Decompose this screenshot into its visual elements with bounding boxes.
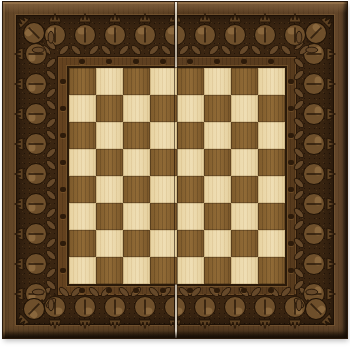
pomegranate-icon	[13, 69, 59, 99]
square-c5	[123, 149, 150, 176]
square-c8	[123, 68, 150, 95]
square-b8	[96, 68, 123, 95]
square-g5	[231, 149, 258, 176]
square-d3	[150, 203, 177, 230]
square-f6	[204, 122, 231, 149]
square-a7	[69, 95, 96, 122]
chess-board	[3, 2, 347, 338]
strip-stamp-mark	[60, 241, 66, 246]
pomegranate-icon	[291, 99, 337, 129]
square-b5	[96, 149, 123, 176]
square-c7	[123, 95, 150, 122]
pomegranate-icon	[13, 159, 59, 189]
pomegranate-icon	[291, 69, 337, 99]
pomegranate-icon	[291, 159, 337, 189]
pomegranate-icon	[13, 249, 59, 279]
square-e6	[177, 122, 204, 149]
square-b3	[96, 203, 123, 230]
strip-stamp-mark	[214, 59, 220, 64]
square-g6	[231, 122, 258, 149]
strip-stamp-mark	[288, 160, 294, 165]
pomegranate-icon	[250, 12, 280, 58]
square-e2	[177, 230, 204, 257]
strip-stamp-mark	[106, 288, 112, 293]
square-f3	[204, 203, 231, 230]
square-e5	[177, 149, 204, 176]
square-b2	[96, 230, 123, 257]
board-right-edge	[343, 2, 347, 338]
strip-stamp-mark	[187, 59, 193, 64]
strip-stamp-mark	[241, 59, 247, 64]
square-h3	[258, 203, 285, 230]
strip-stamp-mark	[268, 288, 274, 293]
strip-stamp-mark	[187, 288, 193, 293]
square-d2	[150, 230, 177, 257]
square-a6	[69, 122, 96, 149]
pomegranate-icon	[70, 12, 100, 58]
hinge-seam	[175, 2, 177, 338]
square-b7	[96, 95, 123, 122]
strip-stamp-mark	[106, 59, 112, 64]
square-h6	[258, 122, 285, 149]
strip-stamp-mark	[214, 288, 220, 293]
pomegranate-icon	[13, 129, 59, 159]
square-d7	[150, 95, 177, 122]
strip-stamp-mark	[288, 133, 294, 138]
strip-stamp-mark	[60, 214, 66, 219]
square-d1	[150, 257, 177, 284]
square-b1	[96, 257, 123, 284]
chess-board-grid	[69, 68, 285, 284]
square-c3	[123, 203, 150, 230]
square-c1	[123, 257, 150, 284]
square-g1	[231, 257, 258, 284]
pomegranate-icon	[70, 284, 100, 330]
pomegranate-icon	[13, 99, 59, 129]
strip-stamp-mark	[133, 288, 139, 293]
square-a4	[69, 176, 96, 203]
strip-stamp-mark	[241, 288, 247, 293]
pomegranate-icon	[291, 249, 337, 279]
square-f4	[204, 176, 231, 203]
strip-stamp-mark	[60, 106, 66, 111]
square-d4	[150, 176, 177, 203]
pomegranate-icon	[291, 129, 337, 159]
strip-stamp-mark	[160, 288, 166, 293]
square-f7	[204, 95, 231, 122]
pomegranate-icon	[100, 284, 130, 330]
square-a3	[69, 203, 96, 230]
pomegranate-icon	[190, 12, 220, 58]
square-c4	[123, 176, 150, 203]
square-e1	[177, 257, 204, 284]
square-a1	[69, 257, 96, 284]
strip-stamp-mark	[160, 59, 166, 64]
square-g2	[231, 230, 258, 257]
strip-stamp-mark	[60, 187, 66, 192]
square-h2	[258, 230, 285, 257]
square-h1	[258, 257, 285, 284]
pomegranate-icon	[220, 12, 250, 58]
strip-stamp-mark	[79, 59, 85, 64]
strip-stamp-mark	[133, 59, 139, 64]
square-e3	[177, 203, 204, 230]
square-d6	[150, 122, 177, 149]
square-c2	[123, 230, 150, 257]
square-f8	[204, 68, 231, 95]
square-d5	[150, 149, 177, 176]
square-h7	[258, 95, 285, 122]
strip-stamp-mark	[60, 160, 66, 165]
strip-stamp-mark	[288, 187, 294, 192]
square-g8	[231, 68, 258, 95]
strip-stamp-mark	[288, 214, 294, 219]
pomegranate-icon	[13, 219, 59, 249]
square-a8	[69, 68, 96, 95]
pomegranate-icon	[130, 12, 160, 58]
strip-stamp-mark	[60, 268, 66, 273]
square-c6	[123, 122, 150, 149]
square-g4	[231, 176, 258, 203]
square-e7	[177, 95, 204, 122]
board-bottom-edge	[3, 331, 347, 338]
strip-stamp-mark	[288, 241, 294, 246]
strip-stamp-mark	[288, 268, 294, 273]
pomegranate-icon	[291, 219, 337, 249]
square-h5	[258, 149, 285, 176]
square-e8	[177, 68, 204, 95]
square-e4	[177, 176, 204, 203]
pomegranate-icon	[291, 189, 337, 219]
square-a5	[69, 149, 96, 176]
pomegranate-icon	[250, 284, 280, 330]
square-d8	[150, 68, 177, 95]
square-a2	[69, 230, 96, 257]
strip-stamp-mark	[60, 133, 66, 138]
pomegranate-icon	[13, 189, 59, 219]
strip-stamp-mark	[79, 288, 85, 293]
strip-stamp-mark	[288, 106, 294, 111]
square-f5	[204, 149, 231, 176]
square-h4	[258, 176, 285, 203]
square-f2	[204, 230, 231, 257]
strip-stamp-mark	[60, 79, 66, 84]
square-b4	[96, 176, 123, 203]
square-g7	[231, 95, 258, 122]
strip-stamp-mark	[288, 79, 294, 84]
strip-stamp-mark	[268, 59, 274, 64]
square-f1	[204, 257, 231, 284]
square-b6	[96, 122, 123, 149]
pomegranate-icon	[100, 12, 130, 58]
square-g3	[231, 203, 258, 230]
square-h8	[258, 68, 285, 95]
